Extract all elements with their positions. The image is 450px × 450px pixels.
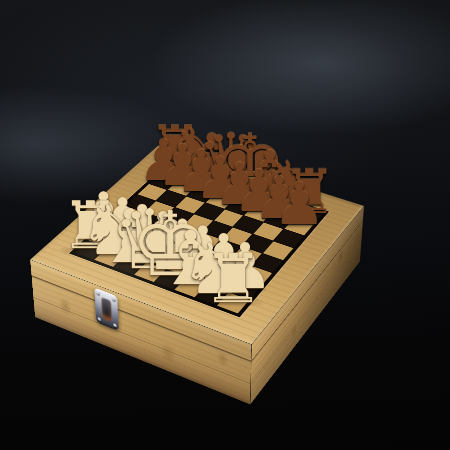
scene: ♜♞♝♛♚♝♞♜♟♟♟♟♟♟♟♟♟♟♟♟♟♟♟♟♜♞♝♛♚♝♞♜ [0, 0, 450, 450]
pieces-layer: ♜♞♝♛♚♝♞♜♟♟♟♟♟♟♟♟♟♟♟♟♟♟♟♟♜♞♝♛♚♝♞♜ [0, 0, 450, 450]
chess-piece[interactable]: ♟ [273, 175, 325, 233]
chess-piece[interactable]: ♜ [203, 244, 263, 311]
